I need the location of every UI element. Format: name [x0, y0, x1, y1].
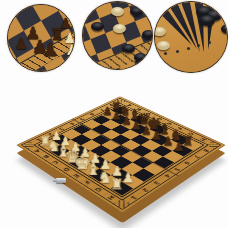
- inset-backgammon-disc-dark: [221, 24, 228, 34]
- inset-checkers-disc-light: [111, 7, 124, 16]
- piece-black-pawn: ♟: [131, 120, 141, 132]
- backgammon-dot: [164, 52, 167, 55]
- inset-checkers-discs: [83, 2, 152, 69]
- piece-white-pawn: ♟: [122, 171, 134, 184]
- piece-black-pawn: ♟: [173, 141, 184, 153]
- backgammon-dot: [208, 41, 211, 44]
- inset-chess-piece: ♟: [59, 16, 72, 30]
- backgammon-dot: [197, 44, 200, 47]
- inset-checkers-disc-dark: [134, 53, 147, 62]
- coord-label: 6: [88, 112, 96, 116]
- piece-black-pawn: ♟: [111, 110, 121, 121]
- clasp-latch: [56, 178, 66, 183]
- piece-black-pawn: ♟: [162, 135, 173, 147]
- piece-black-pawn: ♟: [121, 115, 131, 126]
- inset-chess-piece: ♟: [15, 37, 28, 52]
- inset-checkers-disc-dark: [142, 30, 153, 39]
- product-photo: ♟♟♟♜♟♟♟♟ ABCDEFGH ABCDEFGH 12345678 1234…: [0, 0, 228, 228]
- inset-checkers-disc-dark: [130, 7, 143, 16]
- inset-checkers-disc-dark: [122, 44, 135, 53]
- inset-backgammon-disc-dark: [199, 15, 215, 26]
- inset-chess-piece: ♟: [65, 43, 75, 57]
- inset-checkers-disc-dark: [91, 22, 104, 31]
- piece-black-pawn: ♟: [141, 125, 151, 137]
- main-board-scene: ABCDEFGH ABCDEFGH 12345678 12345678 ♜♞♝♛…: [0, 62, 228, 228]
- piece-black-pawn: ♟: [151, 130, 162, 142]
- inset-backgammon-disc-light: [154, 27, 166, 36]
- inset-backgammon-disc-light: [157, 41, 170, 50]
- inset-checkers-disc-light: [113, 24, 126, 33]
- chess-board: ABCDEFGH ABCDEFGH 12345678 12345678 ♜♞♝♛…: [16, 96, 225, 213]
- coord-label: 5: [78, 117, 86, 121]
- coord-label: 4: [68, 122, 76, 126]
- backgammon-dot: [187, 47, 190, 50]
- board-wood-border: ABCDEFGH ABCDEFGH 12345678 12345678 ♜♞♝♛…: [16, 96, 225, 213]
- coord-label: H: [197, 137, 207, 142]
- backgammon-dot: [176, 50, 179, 53]
- inset-checkers-photo: [82, 1, 153, 70]
- piece-white-rook: ♜: [110, 177, 123, 192]
